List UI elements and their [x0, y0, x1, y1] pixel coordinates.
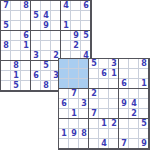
g2-cell-r7c4[interactable]	[99, 129, 109, 139]
g2-cell-r2c8-given: 1	[139, 79, 149, 89]
g1-cell-r0c7[interactable]	[71, 1, 81, 11]
g1-cell-r1c3-given: 5	[31, 11, 41, 21]
g2-cell-r6c7[interactable]	[129, 119, 139, 129]
g2-cell-r0c3-given: 5	[89, 59, 99, 69]
g1-cell-r0c4[interactable]	[41, 1, 51, 11]
g2-cell-r4c7-given: 4	[129, 99, 139, 109]
g2-cell-r5c1-given: 1	[69, 109, 79, 119]
g2-cell-r5c2[interactable]	[79, 109, 89, 119]
g2-cell-r8c5[interactable]	[109, 139, 119, 149]
g2-cell-r8c3[interactable]	[89, 139, 99, 149]
g1-cell-r3c3[interactable]	[31, 31, 41, 41]
g2-cell-r1c0[interactable]	[59, 69, 69, 79]
g2-cell-r5c5[interactable]	[109, 109, 119, 119]
g1-cell-r0c0-given: 7	[1, 1, 11, 11]
g1-cell-r4c6[interactable]	[61, 41, 71, 51]
g1-cell-r1c0[interactable]	[1, 11, 11, 21]
g2-cell-r7c1-given: 9	[69, 129, 79, 139]
g2-cell-r8c1[interactable]	[69, 139, 79, 149]
g2-cell-r1c7[interactable]	[129, 69, 139, 79]
g1-cell-r2c4-given: 9	[41, 21, 51, 31]
g2-cell-r4c8[interactable]	[139, 99, 149, 109]
g1-cell-r7c1-given: 1	[11, 71, 21, 81]
g2-cell-r2c0[interactable]	[59, 79, 69, 89]
g1-cell-r1c5[interactable]	[51, 11, 61, 21]
g2-cell-r0c2[interactable]	[79, 59, 89, 69]
g1-cell-r0c5[interactable]	[51, 1, 61, 11]
g2-cell-r7c5[interactable]	[109, 129, 119, 139]
g1-cell-r6c4-given: 5	[41, 61, 51, 71]
g1-cell-r0c3[interactable]	[31, 1, 41, 11]
g2-cell-r7c3[interactable]	[89, 129, 99, 139]
g1-cell-r2c2[interactable]	[21, 21, 31, 31]
g2-cell-r8c6-given: 7	[119, 139, 129, 149]
g1-cell-r1c2[interactable]	[21, 11, 31, 21]
g2-cell-r1c5-given: 1	[109, 69, 119, 79]
g1-cell-r7c3-given: 6	[31, 71, 41, 81]
g1-cell-r7c4[interactable]	[41, 71, 51, 81]
g2-cell-r0c0[interactable]	[59, 59, 69, 69]
g2-cell-r3c0[interactable]	[59, 89, 69, 99]
g2-cell-r8c0[interactable]	[59, 139, 69, 149]
g2-cell-r8c4-given: 4	[99, 139, 109, 149]
g2-cell-r8c7[interactable]	[129, 139, 139, 149]
g2-cell-r7c7[interactable]	[129, 129, 139, 139]
g1-cell-r8c1-given: 5	[11, 81, 21, 91]
g2-cell-r2c1[interactable]	[69, 79, 79, 89]
g2-cell-r3c5[interactable]	[109, 89, 119, 99]
g1-cell-r1c1[interactable]	[11, 11, 21, 21]
g1-cell-r3c6[interactable]	[61, 31, 71, 41]
g2-cell-r6c0[interactable]	[59, 119, 69, 129]
g1-cell-r4c3[interactable]	[31, 41, 41, 51]
g2-cell-r7c2-given: 8	[79, 129, 89, 139]
g2-cell-r5c7-given: 2	[129, 109, 139, 119]
g2-cell-r0c4[interactable]	[99, 59, 109, 69]
g1-cell-r8c0[interactable]	[1, 81, 11, 91]
g1-cell-r5c4[interactable]	[41, 51, 51, 61]
g1-cell-r0c8-given: 6	[81, 1, 91, 11]
g1-cell-r3c0[interactable]	[1, 31, 11, 41]
g1-cell-r1c6[interactable]	[61, 11, 71, 21]
g2-cell-r0c1[interactable]	[69, 59, 79, 69]
g1-cell-r4c5[interactable]	[51, 41, 61, 51]
g2-cell-r0c5-given: 3	[109, 59, 119, 69]
g2-cell-r7c0-given: 1	[59, 129, 69, 139]
g2-cell-r5c8[interactable]	[139, 109, 149, 119]
g2-cell-r3c7[interactable]	[129, 89, 139, 99]
g2-cell-r2c2[interactable]	[79, 79, 89, 89]
g1-cell-r4c8[interactable]	[81, 41, 91, 51]
g2-cell-r8c8-given: 9	[139, 139, 149, 149]
g1-cell-r7c0[interactable]	[1, 71, 11, 81]
g1-cell-r3c4[interactable]	[41, 31, 51, 41]
g1-cell-r8c3[interactable]	[31, 81, 41, 91]
g2-cell-r6c1[interactable]	[69, 119, 79, 129]
g1-cell-r0c2-given: 8	[21, 1, 31, 11]
g1-cell-r2c1[interactable]	[11, 21, 21, 31]
g1-cell-r1c8[interactable]	[81, 11, 91, 21]
g1-cell-r4c2-given: 1	[21, 41, 31, 51]
g2-cell-r4c5[interactable]	[109, 99, 119, 109]
g1-cell-r7c2[interactable]	[21, 71, 31, 81]
g1-cell-r1c7[interactable]	[71, 11, 81, 21]
g2-cell-r3c6[interactable]	[119, 89, 129, 99]
g2-cell-r5c4[interactable]	[99, 109, 109, 119]
g1-cell-r4c1[interactable]	[11, 41, 21, 51]
g2-cell-r3c3-given: 2	[89, 89, 99, 99]
g2-cell-r3c1-given: 7	[69, 89, 79, 99]
g2-cell-r1c1[interactable]	[69, 69, 79, 79]
g2-cell-r4c3[interactable]	[89, 99, 99, 109]
g1-cell-r5c0[interactable]	[1, 51, 11, 61]
g2-cell-r4c6-given: 9	[119, 99, 129, 109]
g2-cell-r8c2[interactable]	[79, 139, 89, 149]
g1-cell-r3c5[interactable]	[51, 31, 61, 41]
g2-cell-r1c3[interactable]	[89, 69, 99, 79]
g1-cell-r4c7-given: 2	[71, 41, 81, 51]
g1-cell-r3c7-given: 9	[71, 31, 81, 41]
g1-cell-r0c1[interactable]	[11, 1, 21, 11]
g2-cell-r5c6[interactable]	[119, 109, 129, 119]
g2-cell-r1c6[interactable]	[119, 69, 129, 79]
g1-cell-r2c0-given: 5	[1, 21, 11, 31]
g2-cell-r6c3[interactable]	[89, 119, 99, 129]
g1-cell-r4c0-given: 8	[1, 41, 11, 51]
g2-cell-r2c4[interactable]	[99, 79, 109, 89]
g2-cell-r1c8[interactable]	[139, 69, 149, 79]
g2-cell-r2c3[interactable]	[89, 79, 99, 89]
sudoku-grid-2: 5386161726394172125198479	[58, 58, 150, 150]
g1-cell-r6c3[interactable]	[31, 61, 41, 71]
g2-cell-r2c7[interactable]	[129, 79, 139, 89]
g1-cell-r4c4[interactable]	[41, 41, 51, 51]
twodoku-puzzle: 7846545916958123248516358 53861617263941…	[0, 0, 150, 150]
g1-cell-r2c3[interactable]	[31, 21, 41, 31]
g1-cell-r3c2-given: 6	[21, 31, 31, 41]
g2-cell-r0c7[interactable]	[129, 59, 139, 69]
g1-cell-r2c5[interactable]	[51, 21, 61, 31]
g2-cell-r0c6[interactable]	[119, 59, 129, 69]
g2-cell-r7c6[interactable]	[119, 129, 129, 139]
g2-cell-r4c2-given: 3	[79, 99, 89, 109]
g2-cell-r0c8-given: 8	[139, 59, 149, 69]
g1-cell-r3c8-given: 5	[81, 31, 91, 41]
g1-cell-r6c1-given: 8	[11, 61, 21, 71]
g2-cell-r5c3-given: 7	[89, 109, 99, 119]
g2-cell-r1c4-given: 6	[99, 69, 109, 79]
g2-cell-r6c8-given: 5	[139, 119, 149, 129]
g1-cell-r0c6-given: 4	[61, 1, 71, 11]
g1-cell-r8c2[interactable]	[21, 81, 31, 91]
g2-cell-r4c4[interactable]	[99, 99, 109, 109]
g2-cell-r3c2[interactable]	[79, 89, 89, 99]
g1-cell-r3c1[interactable]	[11, 31, 21, 41]
g2-cell-r3c4[interactable]	[99, 89, 109, 99]
g2-cell-r7c8[interactable]	[139, 129, 149, 139]
g1-cell-r2c8[interactable]	[81, 21, 91, 31]
g1-cell-r6c2[interactable]	[21, 61, 31, 71]
g1-cell-r1c4-given: 4	[41, 11, 51, 21]
g1-cell-r5c1[interactable]	[11, 51, 21, 61]
g1-cell-r2c7[interactable]	[71, 21, 81, 31]
g2-cell-r2c6-given: 6	[119, 79, 129, 89]
g2-cell-r6c4-given: 1	[99, 119, 109, 129]
g2-cell-r3c8[interactable]	[139, 89, 149, 99]
g1-cell-r8c4-given: 8	[41, 81, 51, 91]
g2-cell-r6c2[interactable]	[79, 119, 89, 129]
g1-cell-r5c2[interactable]	[21, 51, 31, 61]
g1-cell-r6c0[interactable]	[1, 61, 11, 71]
g2-cell-r4c0-given: 6	[59, 99, 69, 109]
g1-cell-r2c6-given: 1	[61, 21, 71, 31]
g2-cell-r4c1[interactable]	[69, 99, 79, 109]
g1-cell-r5c3-given: 3	[31, 51, 41, 61]
g2-cell-r1c2[interactable]	[79, 69, 89, 79]
g2-cell-r5c0[interactable]	[59, 109, 69, 119]
g2-cell-r2c5[interactable]	[109, 79, 119, 89]
g2-cell-r6c6[interactable]	[119, 119, 129, 129]
g2-cell-r6c5-given: 2	[109, 119, 119, 129]
